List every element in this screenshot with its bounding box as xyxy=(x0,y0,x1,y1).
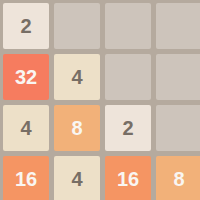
cell-r2c3 xyxy=(105,54,151,100)
cell-r2c1: 32 xyxy=(3,54,49,100)
cell-r4c3: 16 xyxy=(105,156,151,200)
cell-r1c4 xyxy=(156,3,200,49)
cell-r4c2: 4 xyxy=(54,156,100,200)
cell-r1c2 xyxy=(54,3,100,49)
cell-r3c4 xyxy=(156,105,200,151)
cell-r3c2: 8 xyxy=(54,105,100,151)
cell-r2c4 xyxy=(156,54,200,100)
cell-r1c3 xyxy=(105,3,151,49)
game-board-2048[interactable]: 2 32 4 4 8 2 16 4 16 8 xyxy=(0,0,200,200)
cell-r4c4: 8 xyxy=(156,156,200,200)
cell-r2c2: 4 xyxy=(54,54,100,100)
cell-r3c1: 4 xyxy=(3,105,49,151)
cell-r4c1: 16 xyxy=(3,156,49,200)
cell-r1c1: 2 xyxy=(3,3,49,49)
cell-r3c3: 2 xyxy=(105,105,151,151)
